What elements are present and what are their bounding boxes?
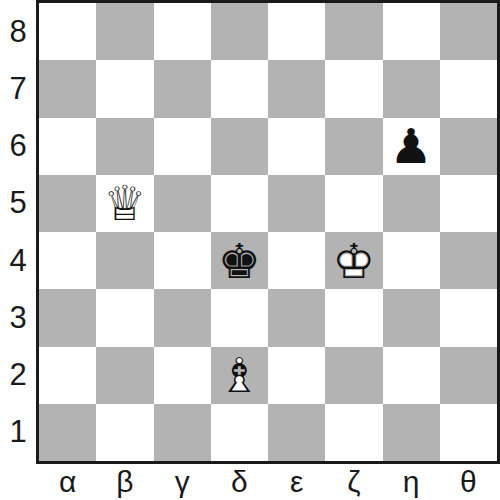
white-bishop[interactable]: ♝♗ [211,347,268,404]
square-θ2[interactable] [440,347,497,404]
black-king[interactable]: ♚ [211,232,268,289]
square-δ5[interactable] [211,175,268,232]
square-β4[interactable] [96,232,153,289]
square-α4[interactable] [39,232,96,289]
square-η1[interactable] [383,404,440,461]
square-γ8[interactable] [154,3,211,60]
square-ε4[interactable] [268,232,325,289]
black-king-glyph: ♚ [211,232,268,289]
white-king-glyph: ♔ [325,232,382,289]
square-ε3[interactable] [268,289,325,346]
chess-diagram: 87654321 ♟♛♕♚♚♔♝♗ αβγδεζηθ [0,0,500,500]
square-η6[interactable]: ♟ [383,118,440,175]
square-β8[interactable] [96,3,153,60]
corner-spacer [0,464,36,500]
file-label-δ: δ [211,464,268,500]
square-ζ2[interactable] [325,347,382,404]
square-ε8[interactable] [268,3,325,60]
board: ♟♛♕♚♚♔♝♗ [36,0,500,464]
square-α8[interactable] [39,3,96,60]
square-δ7[interactable] [211,60,268,117]
square-ζ3[interactable] [325,289,382,346]
square-α1[interactable] [39,404,96,461]
square-η4[interactable] [383,232,440,289]
square-δ1[interactable] [211,404,268,461]
square-α6[interactable] [39,118,96,175]
square-α3[interactable] [39,289,96,346]
square-η2[interactable] [383,347,440,404]
square-β3[interactable] [96,289,153,346]
square-ζ4[interactable]: ♚♔ [325,232,382,289]
square-θ6[interactable] [440,118,497,175]
square-ζ5[interactable] [325,175,382,232]
square-θ4[interactable] [440,232,497,289]
square-β6[interactable] [96,118,153,175]
square-γ1[interactable] [154,404,211,461]
rank-label-3: 3 [0,289,36,346]
square-β2[interactable] [96,347,153,404]
file-label-η: η [383,464,440,500]
square-ζ8[interactable] [325,3,382,60]
square-θ1[interactable] [440,404,497,461]
square-α2[interactable] [39,347,96,404]
square-δ2[interactable]: ♝♗ [211,347,268,404]
rank-label-7: 7 [0,60,36,117]
rank-label-1: 1 [0,404,36,461]
white-king[interactable]: ♚♔ [325,232,382,289]
square-θ3[interactable] [440,289,497,346]
square-β7[interactable] [96,60,153,117]
square-δ6[interactable] [211,118,268,175]
file-labels: αβγδεζηθ [36,464,500,500]
square-γ4[interactable] [154,232,211,289]
square-ε2[interactable] [268,347,325,404]
square-ε6[interactable] [268,118,325,175]
file-label-ζ: ζ [325,464,382,500]
white-bishop-glyph: ♗ [211,347,268,404]
rank-labels: 87654321 [0,0,36,464]
square-ε7[interactable] [268,60,325,117]
rank-label-4: 4 [0,232,36,289]
square-ε1[interactable] [268,404,325,461]
rank-label-8: 8 [0,3,36,60]
square-γ7[interactable] [154,60,211,117]
square-α5[interactable] [39,175,96,232]
square-δ4[interactable]: ♚ [211,232,268,289]
black-pawn-glyph: ♟ [383,118,440,175]
file-label-α: α [39,464,96,500]
square-η3[interactable] [383,289,440,346]
file-label-γ: γ [154,464,211,500]
square-θ5[interactable] [440,175,497,232]
square-ε5[interactable] [268,175,325,232]
square-γ2[interactable] [154,347,211,404]
square-β5[interactable]: ♛♕ [96,175,153,232]
square-θ7[interactable] [440,60,497,117]
file-label-ε: ε [268,464,325,500]
square-β1[interactable] [96,404,153,461]
file-label-β: β [96,464,153,500]
square-δ3[interactable] [211,289,268,346]
square-γ5[interactable] [154,175,211,232]
square-ζ1[interactable] [325,404,382,461]
square-γ6[interactable] [154,118,211,175]
file-label-θ: θ [440,464,497,500]
square-δ8[interactable] [211,3,268,60]
square-ζ6[interactable] [325,118,382,175]
rank-label-5: 5 [0,175,36,232]
square-γ3[interactable] [154,289,211,346]
square-θ8[interactable] [440,3,497,60]
square-α7[interactable] [39,60,96,117]
white-queen-glyph: ♕ [96,175,153,232]
white-queen[interactable]: ♛♕ [96,175,153,232]
square-η8[interactable] [383,3,440,60]
square-η7[interactable] [383,60,440,117]
square-ζ7[interactable] [325,60,382,117]
black-pawn[interactable]: ♟ [383,118,440,175]
rank-label-2: 2 [0,347,36,404]
square-η5[interactable] [383,175,440,232]
rank-label-6: 6 [0,118,36,175]
